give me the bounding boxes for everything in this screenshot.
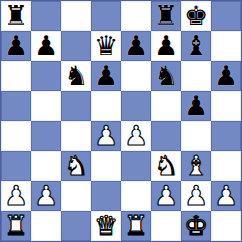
square-d6[interactable]: ♟	[91, 61, 121, 91]
square-d7[interactable]: ♛	[91, 31, 121, 61]
chess-board: ♜♜♚♟♟♛♟♟♝♞♟♞♟♟♟♟♞♞♝♟♟♟♟♟♜♛♜♚	[0, 0, 242, 242]
square-b6[interactable]	[31, 61, 61, 91]
square-d8[interactable]	[91, 1, 121, 31]
white-pawn-a2[interactable]: ♟	[4, 182, 28, 209]
square-g1[interactable]: ♚	[181, 211, 211, 241]
square-h3[interactable]	[211, 151, 241, 181]
square-a6[interactable]	[1, 61, 31, 91]
square-a7[interactable]: ♟	[1, 31, 31, 61]
square-g5[interactable]: ♟	[181, 91, 211, 121]
white-knight-c3[interactable]: ♞	[64, 152, 88, 179]
square-f4[interactable]	[151, 121, 181, 151]
white-king-g1[interactable]: ♚	[184, 212, 208, 239]
square-c3[interactable]: ♞	[61, 151, 91, 181]
square-d1[interactable]: ♛	[91, 211, 121, 241]
white-bishop-g3[interactable]: ♝	[184, 152, 208, 179]
black-rook-a8[interactable]: ♜	[4, 2, 28, 29]
black-king-g8[interactable]: ♚	[184, 2, 208, 29]
square-f7[interactable]: ♟	[151, 31, 181, 61]
white-pawn-e4[interactable]: ♟	[124, 122, 148, 149]
square-f6[interactable]: ♞	[151, 61, 181, 91]
white-pawn-f2[interactable]: ♟	[154, 182, 178, 209]
white-knight-f3[interactable]: ♞	[154, 152, 178, 179]
square-e3[interactable]	[121, 151, 151, 181]
black-pawn-h6[interactable]: ♟	[214, 62, 238, 89]
white-pawn-d4[interactable]: ♟	[94, 122, 118, 149]
white-rook-a1[interactable]: ♜	[4, 212, 28, 239]
square-b4[interactable]	[31, 121, 61, 151]
black-pawn-b7[interactable]: ♟	[34, 32, 58, 59]
white-pawn-g2[interactable]: ♟	[184, 182, 208, 209]
square-g3[interactable]: ♝	[181, 151, 211, 181]
square-e7[interactable]: ♟	[121, 31, 151, 61]
black-queen-d7[interactable]: ♛	[94, 32, 118, 59]
black-pawn-f7[interactable]: ♟	[154, 32, 178, 59]
square-h8[interactable]	[211, 1, 241, 31]
square-a2[interactable]: ♟	[1, 181, 31, 211]
white-queen-d1[interactable]: ♛	[94, 212, 118, 239]
square-f5[interactable]	[151, 91, 181, 121]
square-a5[interactable]	[1, 91, 31, 121]
black-pawn-d6[interactable]: ♟	[94, 62, 118, 89]
black-pawn-g5[interactable]: ♟	[184, 92, 208, 119]
square-h4[interactable]	[211, 121, 241, 151]
black-bishop-g7[interactable]: ♝	[184, 32, 208, 59]
square-g8[interactable]: ♚	[181, 1, 211, 31]
square-c5[interactable]	[61, 91, 91, 121]
square-h7[interactable]	[211, 31, 241, 61]
square-f2[interactable]: ♟	[151, 181, 181, 211]
square-c6[interactable]: ♞	[61, 61, 91, 91]
square-e1[interactable]: ♜	[121, 211, 151, 241]
black-pawn-a7[interactable]: ♟	[4, 32, 28, 59]
square-b8[interactable]	[31, 1, 61, 31]
square-d4[interactable]: ♟	[91, 121, 121, 151]
square-c2[interactable]	[61, 181, 91, 211]
black-knight-c6[interactable]: ♞	[64, 62, 88, 89]
square-b5[interactable]	[31, 91, 61, 121]
black-knight-f6[interactable]: ♞	[154, 62, 178, 89]
white-rook-e1[interactable]: ♜	[124, 212, 148, 239]
square-g4[interactable]	[181, 121, 211, 151]
square-d2[interactable]	[91, 181, 121, 211]
square-e2[interactable]	[121, 181, 151, 211]
square-a1[interactable]: ♜	[1, 211, 31, 241]
square-c8[interactable]	[61, 1, 91, 31]
square-a8[interactable]: ♜	[1, 1, 31, 31]
square-b2[interactable]: ♟	[31, 181, 61, 211]
square-f8[interactable]: ♜	[151, 1, 181, 31]
black-pawn-e7[interactable]: ♟	[124, 32, 148, 59]
square-a4[interactable]	[1, 121, 31, 151]
black-rook-f8[interactable]: ♜	[154, 2, 178, 29]
square-d5[interactable]	[91, 91, 121, 121]
square-a3[interactable]	[1, 151, 31, 181]
square-e4[interactable]: ♟	[121, 121, 151, 151]
square-b3[interactable]	[31, 151, 61, 181]
square-f3[interactable]: ♞	[151, 151, 181, 181]
square-h5[interactable]	[211, 91, 241, 121]
square-f1[interactable]	[151, 211, 181, 241]
square-h2[interactable]: ♟	[211, 181, 241, 211]
square-b1[interactable]	[31, 211, 61, 241]
square-d3[interactable]	[91, 151, 121, 181]
square-c1[interactable]	[61, 211, 91, 241]
square-b7[interactable]: ♟	[31, 31, 61, 61]
square-c4[interactable]	[61, 121, 91, 151]
square-g6[interactable]	[181, 61, 211, 91]
square-g2[interactable]: ♟	[181, 181, 211, 211]
square-g7[interactable]: ♝	[181, 31, 211, 61]
square-e8[interactable]	[121, 1, 151, 31]
white-pawn-h2[interactable]: ♟	[214, 182, 238, 209]
square-h1[interactable]	[211, 211, 241, 241]
square-e5[interactable]	[121, 91, 151, 121]
square-c7[interactable]	[61, 31, 91, 61]
square-h6[interactable]: ♟	[211, 61, 241, 91]
white-pawn-b2[interactable]: ♟	[34, 182, 58, 209]
square-e6[interactable]	[121, 61, 151, 91]
